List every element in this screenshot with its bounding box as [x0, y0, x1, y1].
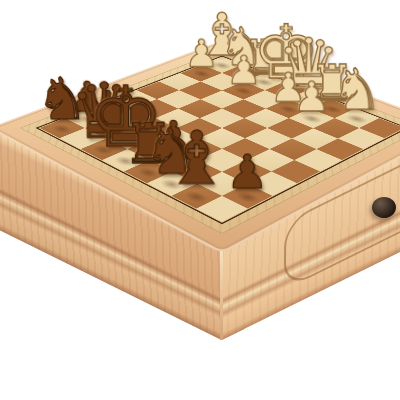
light-pawn-glyph: ♟ [293, 77, 330, 118]
light-pawn-glyph: ♟ [226, 51, 261, 90]
box-corner-edge [220, 242, 223, 340]
light-knight-glyph: ♞ [331, 61, 382, 118]
scene: ♝♞♜♚♛♜♞♟♟♟♟♟♟♟♟♞♛♚♜♞♝ [0, 0, 400, 400]
light-pawn-glyph: ♟ [184, 35, 218, 73]
piece-light-pawn[interactable]: ♟ [181, 65, 222, 82]
chess-box-photo: ♝♞♜♚♛♜♞♟♟♟♟♟♟♟♟♞♛♚♜♞♝ [0, 0, 400, 400]
dark-bishop-glyph: ♝ [164, 122, 230, 196]
piece-light-pawn[interactable]: ♟ [222, 81, 265, 99]
piece-light-knight[interactable]: ♞ [334, 108, 379, 128]
piece-light-pawn[interactable]: ♟ [289, 108, 334, 128]
drawer-knob[interactable] [372, 197, 396, 218]
dark-pawn-glyph: ♟ [226, 149, 268, 196]
